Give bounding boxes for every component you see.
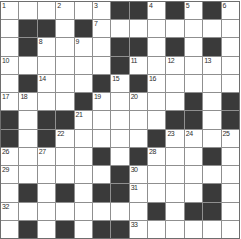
- cell-r0c1[interactable]: [19, 2, 36, 19]
- clue-number-4: 4: [149, 2, 152, 10]
- block-cell-r2c9: [166, 38, 183, 55]
- block-cell-r8c5: [93, 148, 110, 165]
- crossword-board: 1234567891011121314151617181920212223242…: [0, 1, 240, 239]
- block-cell-r12c6: [111, 221, 128, 238]
- cell-r12c12[interactable]: [222, 221, 239, 238]
- cell-r3c1[interactable]: [19, 57, 36, 74]
- cell-r9c5[interactable]: [93, 166, 110, 183]
- block-cell-r1c2: [38, 20, 55, 37]
- clue-number-26: 26: [2, 148, 9, 156]
- cell-r8c4[interactable]: [75, 148, 92, 165]
- clue-number-17: 17: [2, 93, 9, 101]
- cell-r11c1[interactable]: [19, 203, 36, 220]
- clue-number-3: 3: [94, 2, 97, 10]
- cell-r9c7[interactable]: 30: [130, 166, 147, 183]
- clue-number-21: 21: [76, 111, 83, 119]
- clue-number-22: 22: [57, 130, 64, 138]
- cell-r6c4[interactable]: 21: [75, 111, 92, 128]
- cell-r10c2[interactable]: [38, 184, 55, 201]
- cell-r3c4[interactable]: [75, 57, 92, 74]
- cell-r5c8[interactable]: [148, 93, 165, 110]
- cell-r6c8[interactable]: [148, 111, 165, 128]
- cell-r7c4[interactable]: [75, 130, 92, 147]
- block-cell-r11c8: [148, 203, 165, 220]
- cell-r3c3[interactable]: [56, 57, 73, 74]
- cell-r5c6[interactable]: [111, 93, 128, 110]
- clue-number-2: 2: [57, 2, 60, 10]
- cell-r11c12[interactable]: [222, 203, 239, 220]
- cell-r5c5[interactable]: 19: [93, 93, 110, 110]
- cell-r8c2[interactable]: 27: [38, 148, 55, 165]
- cell-r10c7[interactable]: 31: [130, 184, 147, 201]
- block-cell-r6c12: [222, 111, 239, 128]
- cell-r7c12[interactable]: 25: [222, 130, 239, 147]
- cell-r1c11[interactable]: [203, 20, 220, 37]
- cell-r11c7[interactable]: [130, 203, 147, 220]
- cell-r12c8[interactable]: [148, 221, 165, 238]
- cell-r12c7[interactable]: 33: [130, 221, 147, 238]
- cell-r9c8[interactable]: [148, 166, 165, 183]
- block-cell-r2c7: [130, 38, 147, 55]
- block-cell-r4c5: [93, 75, 110, 92]
- clue-number-18: 18: [20, 93, 27, 101]
- cell-r8c1[interactable]: [19, 148, 36, 165]
- clue-number-20: 20: [131, 93, 138, 101]
- block-cell-r6c9: [166, 111, 183, 128]
- clue-number-1: 1: [2, 2, 5, 10]
- cell-r10c12[interactable]: [222, 184, 239, 201]
- cell-r1c5[interactable]: 7: [93, 20, 110, 37]
- cell-r8c3[interactable]: [56, 148, 73, 165]
- cell-r10c4[interactable]: [75, 184, 92, 201]
- cell-r11c3[interactable]: [56, 203, 73, 220]
- cell-r3c11[interactable]: 13: [203, 57, 220, 74]
- block-cell-r1c1: [19, 20, 36, 37]
- cell-r4c8[interactable]: 16: [148, 75, 165, 92]
- cell-r3c9[interactable]: 12: [166, 57, 183, 74]
- cell-r9c4[interactable]: [75, 166, 92, 183]
- clue-number-8: 8: [39, 38, 42, 46]
- cell-r0c10[interactable]: 5: [185, 2, 202, 19]
- cell-r3c2[interactable]: [38, 57, 55, 74]
- cell-r9c0[interactable]: 29: [1, 166, 18, 183]
- cell-r1c0[interactable]: [1, 20, 18, 37]
- block-cell-r5c10: [185, 93, 202, 110]
- cell-r1c3[interactable]: [56, 20, 73, 37]
- cell-r2c3[interactable]: [56, 38, 73, 55]
- block-cell-r2c1: [19, 38, 36, 55]
- cell-r3c0[interactable]: 10: [1, 57, 18, 74]
- cell-r1c12[interactable]: [222, 20, 239, 37]
- cell-r11c0[interactable]: 32: [1, 203, 18, 220]
- cell-r7c1[interactable]: [19, 130, 36, 147]
- clue-number-7: 7: [94, 20, 97, 28]
- clue-number-19: 19: [94, 93, 101, 101]
- block-cell-r7c0: [1, 130, 18, 147]
- block-cell-r10c5: [93, 184, 110, 201]
- cell-r6c6[interactable]: [111, 111, 128, 128]
- cell-r7c10[interactable]: 24: [185, 130, 202, 147]
- cell-r11c4[interactable]: [75, 203, 92, 220]
- block-cell-r8c7: [130, 148, 147, 165]
- cell-r3c7[interactable]: 11: [130, 57, 147, 74]
- block-cell-r9c6: [111, 166, 128, 183]
- cell-r3c12[interactable]: [222, 57, 239, 74]
- cell-r10c10[interactable]: [185, 184, 202, 201]
- clue-number-32: 32: [2, 203, 9, 211]
- cell-r2c8[interactable]: [148, 38, 165, 55]
- cell-r1c10[interactable]: [185, 20, 202, 37]
- block-cell-r11c10: [185, 203, 202, 220]
- cell-r2c4[interactable]: 9: [75, 38, 92, 55]
- cell-r3c8[interactable]: [148, 57, 165, 74]
- clue-number-28: 28: [149, 148, 156, 156]
- cell-r7c5[interactable]: [93, 130, 110, 147]
- cell-r5c7[interactable]: 20: [130, 93, 147, 110]
- block-cell-r12c1: [19, 221, 36, 238]
- block-cell-r6c3: [56, 111, 73, 128]
- cell-r8c12[interactable]: [222, 148, 239, 165]
- cell-r8c10[interactable]: [185, 148, 202, 165]
- block-cell-r0c7: [130, 2, 147, 19]
- cell-r8c8[interactable]: 28: [148, 148, 165, 165]
- cell-r7c9[interactable]: 23: [166, 130, 183, 147]
- cell-r10c0[interactable]: [1, 184, 18, 201]
- cell-r4c11[interactable]: [203, 75, 220, 92]
- cell-r0c2[interactable]: [38, 2, 55, 19]
- block-cell-r4c1: [19, 75, 36, 92]
- block-cell-r10c1: [19, 184, 36, 201]
- clue-number-11: 11: [131, 57, 137, 65]
- cell-r4c6[interactable]: 15: [111, 75, 128, 92]
- cell-r2c0[interactable]: [1, 38, 18, 55]
- clue-number-16: 16: [149, 75, 156, 83]
- cell-r9c10[interactable]: [185, 166, 202, 183]
- cell-r7c6[interactable]: [111, 130, 128, 147]
- block-cell-r1c4: [75, 20, 92, 37]
- clue-number-5: 5: [186, 2, 189, 10]
- block-cell-r6c2: [38, 111, 55, 128]
- block-cell-r0c11: [203, 2, 220, 19]
- cell-r9c12[interactable]: [222, 166, 239, 183]
- clue-number-30: 30: [131, 166, 138, 174]
- cell-r2c10[interactable]: [185, 38, 202, 55]
- cell-r4c10[interactable]: [185, 75, 202, 92]
- cell-r12c10[interactable]: [185, 221, 202, 238]
- cell-r3c5[interactable]: [93, 57, 110, 74]
- cell-r4c12[interactable]: [222, 75, 239, 92]
- block-cell-r12c3: [56, 221, 73, 238]
- cell-r5c1[interactable]: 18: [19, 93, 36, 110]
- cell-r6c7[interactable]: [130, 111, 147, 128]
- clue-number-15: 15: [112, 75, 119, 83]
- block-cell-r7c2: [38, 130, 55, 147]
- cell-r4c3[interactable]: [56, 75, 73, 92]
- clue-number-25: 25: [223, 130, 230, 138]
- cell-r10c8[interactable]: [148, 184, 165, 201]
- clue-number-31: 31: [131, 184, 138, 192]
- block-cell-r7c8: [148, 130, 165, 147]
- cell-r12c9[interactable]: [166, 221, 183, 238]
- cell-r8c9[interactable]: [166, 148, 183, 165]
- cell-r7c11[interactable]: [203, 130, 220, 147]
- block-cell-r5c4: [75, 93, 92, 110]
- cell-r1c6[interactable]: [111, 20, 128, 37]
- cell-r11c2[interactable]: [38, 203, 55, 220]
- cell-r9c1[interactable]: [19, 166, 36, 183]
- cell-r5c9[interactable]: [166, 93, 183, 110]
- block-cell-r2c6: [111, 38, 128, 55]
- cell-r0c5[interactable]: 3: [93, 2, 110, 19]
- cell-r1c8[interactable]: [148, 20, 165, 37]
- block-cell-r10c11: [203, 184, 220, 201]
- cell-r3c10[interactable]: [185, 57, 202, 74]
- cell-r0c12[interactable]: 6: [222, 2, 239, 19]
- block-cell-r6c10: [185, 111, 202, 128]
- cell-r6c5[interactable]: [93, 111, 110, 128]
- cell-r9c9[interactable]: [166, 166, 183, 183]
- cell-r5c11[interactable]: [203, 93, 220, 110]
- cell-r2c5[interactable]: [93, 38, 110, 55]
- block-cell-r10c6: [111, 184, 128, 201]
- cell-r5c3[interactable]: [56, 93, 73, 110]
- clue-number-27: 27: [39, 148, 46, 156]
- block-cell-r8c11: [203, 148, 220, 165]
- cell-r12c2[interactable]: [38, 221, 55, 238]
- cell-r0c0[interactable]: 1: [1, 2, 18, 19]
- clue-number-12: 12: [167, 57, 174, 65]
- clue-number-23: 23: [167, 130, 174, 138]
- cell-r12c4[interactable]: [75, 221, 92, 238]
- block-cell-r3c6: [111, 57, 128, 74]
- cell-r0c4[interactable]: [75, 2, 92, 19]
- block-cell-r4c7: [130, 75, 147, 92]
- clue-number-10: 10: [2, 57, 9, 65]
- cell-r5c0[interactable]: 17: [1, 93, 18, 110]
- block-cell-r12c5: [93, 221, 110, 238]
- block-cell-r10c3: [56, 184, 73, 201]
- cell-r6c11[interactable]: [203, 111, 220, 128]
- block-cell-r0c6: [111, 2, 128, 19]
- block-cell-r2c11: [203, 38, 220, 55]
- cell-r4c0[interactable]: [1, 75, 18, 92]
- cell-r7c3[interactable]: 22: [56, 130, 73, 147]
- clue-number-13: 13: [204, 57, 211, 65]
- cell-r8c0[interactable]: 26: [1, 148, 18, 165]
- cell-r9c11[interactable]: [203, 166, 220, 183]
- clue-number-14: 14: [39, 75, 46, 83]
- clue-number-29: 29: [2, 166, 9, 174]
- clue-number-9: 9: [76, 38, 79, 46]
- cell-r1c9[interactable]: [166, 20, 183, 37]
- cell-r0c8[interactable]: 4: [148, 2, 165, 19]
- cell-r7c7[interactable]: [130, 130, 147, 147]
- cell-r8c6[interactable]: [111, 148, 128, 165]
- cell-r4c4[interactable]: [75, 75, 92, 92]
- cell-r0c3[interactable]: 2: [56, 2, 73, 19]
- cell-r9c2[interactable]: [38, 166, 55, 183]
- cell-r2c2[interactable]: 8: [38, 38, 55, 55]
- block-cell-r6c0: [1, 111, 18, 128]
- cell-r11c6[interactable]: [111, 203, 128, 220]
- cell-r11c9[interactable]: [166, 203, 183, 220]
- cell-r2c12[interactable]: [222, 38, 239, 55]
- block-cell-r0c9: [166, 2, 183, 19]
- cell-r4c2[interactable]: 14: [38, 75, 55, 92]
- cell-r12c11[interactable]: [203, 221, 220, 238]
- clue-number-6: 6: [223, 2, 226, 10]
- cell-r10c9[interactable]: [166, 184, 183, 201]
- block-cell-r5c12: [222, 93, 239, 110]
- cell-r9c3[interactable]: [56, 166, 73, 183]
- cell-r1c7[interactable]: [130, 20, 147, 37]
- block-cell-r11c11: [203, 203, 220, 220]
- clue-number-33: 33: [131, 221, 138, 229]
- cell-r5c2[interactable]: [38, 93, 55, 110]
- cell-r4c9[interactable]: [166, 75, 183, 92]
- clue-number-24: 24: [186, 130, 193, 138]
- cell-r11c5[interactable]: [93, 203, 110, 220]
- cell-r6c1[interactable]: [19, 111, 36, 128]
- cell-r12c0[interactable]: [1, 221, 18, 238]
